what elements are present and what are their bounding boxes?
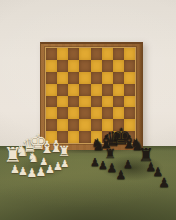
board-square-d8[interactable] — [79, 48, 90, 60]
board-square-d7[interactable] — [79, 60, 90, 72]
board-square-c7[interactable] — [68, 60, 79, 72]
board-square-h7[interactable] — [124, 60, 135, 72]
board-square-f8[interactable] — [102, 48, 113, 60]
board-square-e3[interactable] — [91, 107, 102, 119]
board-square-d3[interactable] — [79, 107, 90, 119]
board-square-g7[interactable] — [113, 60, 124, 72]
board-square-g4[interactable] — [113, 96, 124, 108]
board-square-d2[interactable] — [79, 119, 90, 131]
board-square-e8[interactable] — [91, 48, 102, 60]
board-square-h5[interactable] — [124, 84, 135, 96]
board-square-e5[interactable] — [91, 84, 102, 96]
board-square-c4[interactable] — [68, 96, 79, 108]
white-rook-piece[interactable]: ♜ — [58, 144, 71, 158]
board-square-e7[interactable] — [91, 60, 102, 72]
board-square-c8[interactable] — [68, 48, 79, 60]
white-knight-piece[interactable]: ♞ — [27, 151, 39, 164]
board-square-a3[interactable] — [46, 107, 57, 119]
board-square-d1[interactable] — [79, 131, 90, 143]
board-square-g8[interactable] — [113, 48, 124, 60]
board-square-c6[interactable] — [68, 72, 79, 84]
board-square-h4[interactable] — [124, 96, 135, 108]
board-square-g3[interactable] — [113, 107, 124, 119]
board-square-b7[interactable] — [57, 60, 68, 72]
board-square-f4[interactable] — [102, 96, 113, 108]
board-square-a5[interactable] — [46, 84, 57, 96]
board-square-b6[interactable] — [57, 72, 68, 84]
board-square-b8[interactable] — [57, 48, 68, 60]
board-square-e6[interactable] — [91, 72, 102, 84]
board-square-f5[interactable] — [102, 84, 113, 96]
board-square-c5[interactable] — [68, 84, 79, 96]
board-square-e4[interactable] — [91, 96, 102, 108]
board-square-c2[interactable] — [68, 119, 79, 131]
board-square-b4[interactable] — [57, 96, 68, 108]
board-square-f7[interactable] — [102, 60, 113, 72]
board-square-h6[interactable] — [124, 72, 135, 84]
white-pawn-piece[interactable]: ♟ — [40, 157, 49, 167]
board-square-a4[interactable] — [46, 96, 57, 108]
board-square-g6[interactable] — [113, 72, 124, 84]
board-square-b2[interactable] — [57, 119, 68, 131]
black-pawn-piece[interactable]: ♟ — [158, 176, 170, 189]
board-square-h3[interactable] — [124, 107, 135, 119]
black-pawn-piece[interactable]: ♟ — [123, 159, 133, 170]
board-square-e2[interactable] — [91, 119, 102, 131]
board-square-a2[interactable] — [46, 119, 57, 131]
board-square-c3[interactable] — [68, 107, 79, 119]
board-square-f6[interactable] — [102, 72, 113, 84]
board-square-b3[interactable] — [57, 107, 68, 119]
board-square-d5[interactable] — [79, 84, 90, 96]
board-square-c1[interactable] — [68, 131, 79, 143]
board-square-h8[interactable] — [124, 48, 135, 60]
board-square-f3[interactable] — [102, 107, 113, 119]
board-square-d4[interactable] — [79, 96, 90, 108]
chess-scene: ♜♞♛♚♝♝♜♞♟♟♟♟♟♟♟♟♞♝♛♚♝♞♜♜♟♟♟♟♟♟♟♟ — [0, 0, 176, 220]
board-square-a7[interactable] — [46, 60, 57, 72]
board-square-g5[interactable] — [113, 84, 124, 96]
board-square-a6[interactable] — [46, 72, 57, 84]
white-pawn-piece[interactable]: ♟ — [61, 159, 70, 169]
board-square-d6[interactable] — [79, 72, 90, 84]
board-square-a8[interactable] — [46, 48, 57, 60]
board-square-b5[interactable] — [57, 84, 68, 96]
